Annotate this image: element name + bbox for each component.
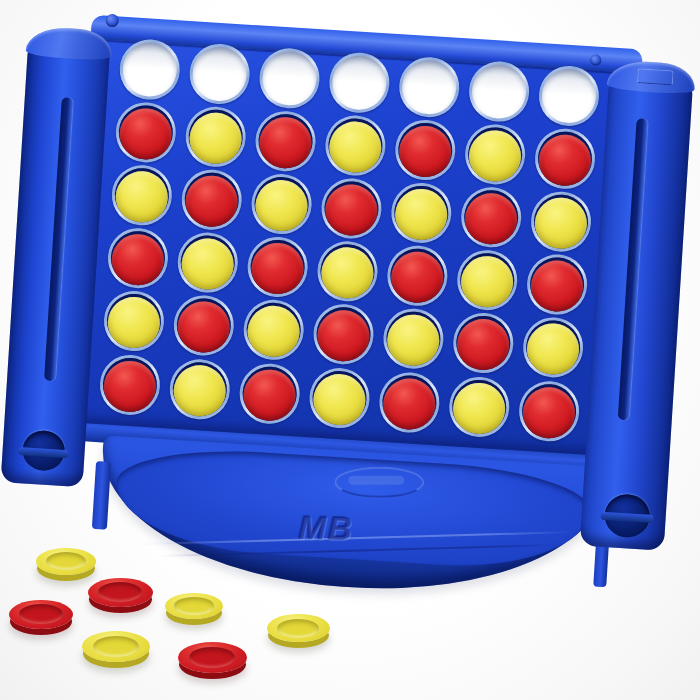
cell-r6c4[interactable] [303, 364, 377, 431]
hole-rim [308, 366, 372, 430]
hole-interior [331, 54, 388, 111]
hole-rim [533, 127, 597, 191]
board-grid [93, 35, 606, 444]
cell-r6c2[interactable] [163, 355, 237, 422]
cell-r2c7[interactable] [528, 125, 602, 192]
yellow-disc [328, 120, 383, 174]
hole-interior [385, 310, 442, 367]
hole-rim [312, 303, 376, 367]
cell-r1c5[interactable] [392, 53, 466, 120]
yellow-disc [114, 170, 169, 224]
hole-rim [382, 307, 446, 371]
hole-rim [316, 240, 380, 304]
hole-rim [451, 312, 515, 376]
cell-r3c6[interactable] [454, 184, 528, 251]
hole-interior [540, 67, 597, 124]
red-disc [521, 385, 576, 439]
hole-interior [397, 121, 454, 178]
hole-interior [528, 256, 585, 313]
hole-rim [378, 370, 442, 434]
yellow-disc [467, 129, 522, 183]
hole-interior [241, 365, 298, 422]
hole-rim [517, 379, 581, 443]
hole-interior [521, 382, 578, 439]
hole-interior [463, 189, 520, 246]
cell-r1c2[interactable] [183, 40, 257, 107]
cell-r1c7[interactable] [532, 62, 606, 129]
hole-interior [524, 319, 581, 376]
red-disc [463, 192, 518, 246]
cell-r2c3[interactable] [249, 107, 323, 174]
cell-r5c5[interactable] [376, 305, 450, 372]
cell-r3c2[interactable] [175, 166, 249, 233]
empty-hole [258, 46, 322, 110]
yellow-disc [386, 313, 441, 367]
red-disc [102, 359, 157, 413]
hole-rim [98, 353, 162, 417]
hole-interior [315, 306, 372, 363]
hole-rim [393, 118, 457, 182]
hole-interior [121, 41, 178, 98]
hole-interior [327, 117, 384, 174]
hasbro-gaming-embossed-logo-icon [334, 467, 424, 498]
cell-r2c1[interactable] [109, 98, 183, 165]
cell-r4c6[interactable] [450, 247, 524, 314]
right-foot-hole-icon [603, 493, 651, 539]
hole-interior [311, 369, 368, 426]
cell-r6c1[interactable] [93, 351, 167, 418]
hole-rim [102, 290, 166, 354]
hole-rim [320, 177, 384, 241]
cell-r6c7[interactable] [512, 377, 586, 444]
cell-r1c1[interactable] [113, 35, 187, 102]
hole-interior [536, 130, 593, 187]
hole-interior [191, 45, 248, 102]
yellow-disc [320, 246, 375, 300]
hole-rim [246, 235, 310, 299]
hole-rim [529, 190, 593, 254]
hole-interior [113, 167, 170, 224]
hole-rim [238, 361, 302, 425]
loose-yellow-disc[interactable] [36, 548, 96, 575]
loose-red-disc[interactable] [9, 600, 73, 629]
connect-four-photo-scene: MB [0, 0, 700, 700]
hole-interior [381, 373, 438, 430]
red-disc [184, 174, 239, 228]
hole-interior [323, 180, 380, 237]
hole-interior [261, 49, 318, 106]
hole-interior [249, 238, 306, 295]
hole-rim [110, 163, 174, 227]
hole-rim [390, 181, 454, 245]
yellow-disc [180, 237, 235, 291]
empty-hole [537, 64, 601, 128]
cell-r3c5[interactable] [384, 179, 458, 246]
yellow-disc [106, 296, 161, 350]
yellow-disc [533, 196, 588, 250]
cell-r5c7[interactable] [516, 314, 590, 381]
cell-r4c3[interactable] [241, 233, 315, 300]
cell-r2c2[interactable] [179, 103, 253, 170]
hole-interior [532, 193, 589, 250]
yellow-disc [525, 322, 580, 376]
loose-yellow-disc[interactable] [267, 614, 330, 642]
yellow-disc [312, 372, 367, 426]
red-disc [316, 309, 371, 363]
cell-r5c2[interactable] [167, 292, 241, 359]
yellow-disc [254, 178, 309, 232]
hole-rim [114, 100, 178, 164]
tray-left-latch [92, 461, 111, 530]
hole-interior [470, 62, 527, 119]
empty-hole [118, 37, 182, 101]
cell-r1c3[interactable] [253, 44, 327, 111]
empty-hole [397, 55, 461, 119]
hole-rim [521, 316, 585, 380]
yellow-disc [452, 381, 507, 435]
cell-r1c6[interactable] [462, 57, 536, 124]
cell-r3c4[interactable] [315, 175, 389, 242]
cell-r4c4[interactable] [311, 238, 385, 305]
hole-rim [525, 253, 589, 317]
red-disc [390, 250, 445, 304]
hole-interior [467, 126, 524, 183]
cell-r2c5[interactable] [388, 116, 462, 183]
hole-interior [101, 356, 158, 413]
cell-r5c3[interactable] [237, 296, 311, 363]
red-disc [456, 318, 511, 372]
red-disc [258, 115, 313, 169]
red-disc [398, 124, 453, 178]
hole-interior [451, 378, 508, 435]
cell-r4c2[interactable] [171, 229, 245, 296]
hole-interior [183, 171, 240, 228]
hole-rim [184, 105, 248, 169]
hole-interior [319, 243, 376, 300]
hole-interior [179, 234, 236, 291]
hole-rim [447, 375, 511, 439]
cell-r2c6[interactable] [458, 120, 532, 187]
empty-hole [328, 51, 392, 115]
hole-interior [257, 112, 314, 169]
hole-interior [389, 247, 446, 304]
hole-interior [455, 315, 512, 372]
hole-rim [386, 244, 450, 308]
red-disc [110, 233, 165, 287]
hole-interior [105, 293, 162, 350]
loose-yellow-disc[interactable] [165, 593, 223, 619]
red-disc [250, 242, 305, 296]
empty-hole [188, 42, 252, 106]
hole-interior [109, 230, 166, 287]
hole-interior [401, 58, 458, 115]
empty-hole [467, 59, 531, 123]
hole-interior [171, 360, 228, 417]
hole-rim [455, 248, 519, 312]
cell-r4c1[interactable] [101, 225, 175, 292]
hole-interior [175, 297, 232, 354]
red-disc [529, 259, 584, 313]
cell-r4c7[interactable] [520, 251, 594, 318]
yellow-disc [460, 255, 515, 309]
hole-rim [459, 185, 523, 249]
red-disc [324, 183, 379, 237]
cell-r6c6[interactable] [442, 373, 516, 440]
red-disc [242, 368, 297, 422]
left-pillar-storage-slot [44, 97, 73, 381]
red-disc [176, 300, 231, 354]
cell-r3c3[interactable] [245, 170, 319, 237]
yellow-disc [188, 111, 243, 165]
mb-embossed-text: MB [281, 508, 372, 548]
cell-r5c1[interactable] [97, 288, 171, 355]
yellow-disc [172, 363, 227, 417]
hole-rim [254, 109, 318, 173]
cell-r1c4[interactable] [322, 49, 396, 116]
hole-rim [250, 172, 314, 236]
red-disc [118, 107, 173, 161]
cell-r3c7[interactable] [524, 188, 598, 255]
hole-rim [106, 227, 170, 291]
yellow-disc [246, 305, 301, 359]
hole-rim [242, 298, 306, 362]
cell-r5c4[interactable] [307, 301, 381, 368]
cap-embossed-detail-icon [637, 68, 674, 85]
hole-rim [168, 357, 232, 421]
hole-interior [117, 104, 174, 161]
hole-rim [324, 114, 388, 178]
yellow-disc [394, 187, 449, 241]
hole-interior [459, 252, 516, 309]
hole-interior [253, 175, 310, 232]
red-disc [537, 133, 592, 187]
loose-red-disc[interactable] [88, 578, 153, 607]
red-disc [382, 376, 437, 430]
hole-interior [187, 108, 244, 165]
hole-rim [176, 231, 240, 295]
connect-four-game-unit: MB [0, 15, 679, 630]
cell-r4c5[interactable] [380, 242, 454, 309]
cell-r2c4[interactable] [319, 112, 393, 179]
hole-rim [180, 168, 244, 232]
hole-interior [245, 302, 302, 359]
cell-r6c3[interactable] [233, 360, 307, 427]
cell-r3c1[interactable] [105, 162, 179, 229]
hole-rim [172, 294, 236, 358]
cell-r5c6[interactable] [446, 310, 520, 377]
cell-r6c5[interactable] [373, 368, 447, 435]
loose-red-disc[interactable] [178, 642, 247, 673]
hole-rim [463, 122, 527, 186]
hole-interior [393, 184, 450, 241]
loose-yellow-disc[interactable] [82, 631, 150, 662]
right-pillar-storage-slot [618, 118, 648, 420]
left-foot-hole-icon [21, 429, 65, 472]
